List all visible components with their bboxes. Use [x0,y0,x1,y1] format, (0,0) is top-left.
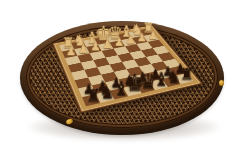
brass-latch-right-icon [219,80,224,86]
white-pawn: ♟ [137,32,147,43]
black-rook: ♜ [179,67,193,83]
black-knight: ♞ [99,83,115,101]
white-pawn: ♟ [114,36,124,47]
white-pawn: ♟ [126,34,136,45]
black-bishop: ♝ [113,79,130,98]
black-rook: ♜ [85,88,100,105]
square-e4[interactable] [106,55,122,64]
white-pawn: ♟ [102,39,112,50]
white-pawn: ♟ [148,30,158,41]
chess-set-photo: ♜♞♝♚♛♝♞♜♟♟♟♟♟♟♟♟♟♟♟♟♟♟♟♟♜♞♝♚♛♝♞♜ [0,0,240,150]
white-pawn: ♟ [66,45,77,57]
square-h8[interactable]: ♜ [82,94,100,106]
white-pawn: ♟ [78,43,88,55]
white-pawn: ♟ [90,41,100,53]
